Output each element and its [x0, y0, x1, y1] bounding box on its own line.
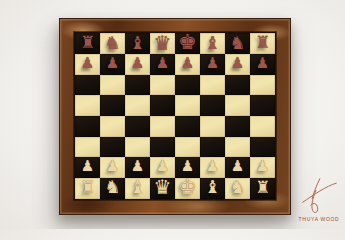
piece-dark-pawn: ♟: [206, 56, 219, 71]
piece-dark-pawn: ♟: [181, 56, 194, 71]
square-d4: [150, 116, 175, 137]
square-f3: [200, 137, 225, 158]
piece-light-bishop: ♝: [129, 178, 145, 196]
square-e8: ♚: [175, 33, 200, 54]
square-h1: ♜: [250, 178, 275, 199]
square-b1: ♞: [100, 178, 125, 199]
piece-dark-rook: ♜: [80, 34, 95, 51]
square-a8: ♜: [75, 33, 100, 54]
square-d8: ♛: [150, 33, 175, 54]
square-c2: ♟: [125, 157, 150, 178]
square-a7: ♟: [75, 54, 100, 75]
square-e5: [175, 95, 200, 116]
square-e3: [175, 137, 200, 158]
piece-light-rook: ♜: [255, 179, 270, 196]
piece-light-pawn: ♟: [156, 159, 169, 174]
square-b8: ♞: [100, 33, 125, 54]
square-e1: ♚: [175, 178, 200, 199]
square-e2: ♟: [175, 157, 200, 178]
piece-light-king: ♚: [178, 177, 197, 198]
piece-dark-pawn: ♟: [156, 56, 169, 71]
square-f2: ♟: [200, 157, 225, 178]
square-a2: ♟: [75, 157, 100, 178]
square-c7: ♟: [125, 54, 150, 75]
square-g3: [225, 137, 250, 158]
square-e4: [175, 116, 200, 137]
square-g4: [225, 116, 250, 137]
square-g1: ♞: [225, 178, 250, 199]
square-d5: [150, 95, 175, 116]
square-b2: ♟: [100, 157, 125, 178]
square-d1: ♛: [150, 178, 175, 199]
square-a3: [75, 137, 100, 158]
square-d3: [150, 137, 175, 158]
piece-light-pawn: ♟: [106, 159, 119, 174]
square-a6: [75, 75, 100, 96]
square-f4: [200, 116, 225, 137]
square-h7: ♟: [250, 54, 275, 75]
square-d6: [150, 75, 175, 96]
chessboard: ♜♞♝♛♚♝♞♜♟♟♟♟♟♟♟♟♟♟♟♟♟♟♟♟♜♞♝♛♚♝♞♜: [59, 18, 291, 215]
square-c6: [125, 75, 150, 96]
piece-light-pawn: ♟: [256, 159, 269, 174]
square-d7: ♟: [150, 54, 175, 75]
square-b3: [100, 137, 125, 158]
square-g8: ♞: [225, 33, 250, 54]
square-f5: [200, 95, 225, 116]
brand-monogram-icon: [300, 175, 338, 215]
square-b6: [100, 75, 125, 96]
piece-light-queen: ♛: [154, 177, 172, 197]
square-a4: [75, 116, 100, 137]
piece-light-knight: ♞: [104, 178, 120, 196]
piece-dark-bishop: ♝: [204, 34, 220, 52]
square-f1: ♝: [200, 178, 225, 199]
square-a1: ♜: [75, 178, 100, 199]
square-g7: ♟: [225, 54, 250, 75]
square-a5: [75, 95, 100, 116]
square-c5: [125, 95, 150, 116]
piece-dark-pawn: ♟: [106, 56, 119, 71]
brand-logo: THUYA WOOD: [296, 175, 342, 222]
square-g2: ♟: [225, 157, 250, 178]
piece-dark-queen: ♛: [154, 33, 172, 53]
square-e7: ♟: [175, 54, 200, 75]
square-c1: ♝: [125, 178, 150, 199]
square-h4: [250, 116, 275, 137]
piece-dark-pawn: ♟: [81, 56, 94, 71]
piece-light-pawn: ♟: [131, 159, 144, 174]
piece-light-knight: ♞: [229, 178, 245, 196]
square-h5: [250, 95, 275, 116]
square-c8: ♝: [125, 33, 150, 54]
square-c3: [125, 137, 150, 158]
piece-light-pawn: ♟: [206, 159, 219, 174]
square-h2: ♟: [250, 157, 275, 178]
piece-dark-pawn: ♟: [131, 56, 144, 71]
square-h6: [250, 75, 275, 96]
piece-dark-pawn: ♟: [256, 56, 269, 71]
piece-dark-king: ♚: [178, 32, 197, 53]
piece-light-pawn: ♟: [181, 159, 194, 174]
piece-dark-knight: ♞: [229, 34, 245, 52]
piece-dark-rook: ♜: [255, 34, 270, 51]
product-photo: ♜♞♝♛♚♝♞♜♟♟♟♟♟♟♟♟♟♟♟♟♟♟♟♟♜♞♝♛♚♝♞♜ THUYA W…: [0, 0, 345, 229]
square-g6: [225, 75, 250, 96]
piece-light-pawn: ♟: [231, 159, 244, 174]
square-c4: [125, 116, 150, 137]
chessboard-grid: ♜♞♝♛♚♝♞♜♟♟♟♟♟♟♟♟♟♟♟♟♟♟♟♟♜♞♝♛♚♝♞♜: [74, 32, 276, 200]
square-g5: [225, 95, 250, 116]
piece-light-rook: ♜: [80, 179, 95, 196]
square-b4: [100, 116, 125, 137]
square-f7: ♟: [200, 54, 225, 75]
piece-dark-bishop: ♝: [129, 34, 145, 52]
piece-light-bishop: ♝: [204, 178, 220, 196]
square-b5: [100, 95, 125, 116]
square-f8: ♝: [200, 33, 225, 54]
square-b7: ♟: [100, 54, 125, 75]
piece-dark-knight: ♞: [104, 34, 120, 52]
square-f6: [200, 75, 225, 96]
square-e6: [175, 75, 200, 96]
square-h8: ♜: [250, 33, 275, 54]
square-h3: [250, 137, 275, 158]
square-d2: ♟: [150, 157, 175, 178]
brand-wordmark: THUYA WOOD: [296, 216, 342, 222]
piece-dark-pawn: ♟: [231, 56, 244, 71]
piece-light-pawn: ♟: [81, 159, 94, 174]
